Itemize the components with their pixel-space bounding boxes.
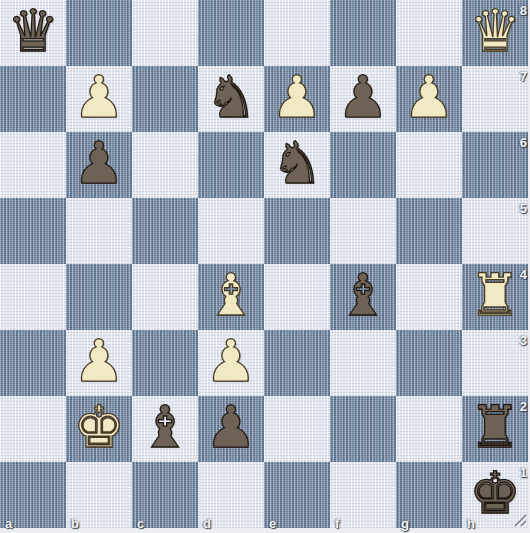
square-h8[interactable]: ♛ — [462, 0, 528, 66]
square-g4[interactable] — [396, 264, 462, 330]
square-e6[interactable]: ♞ — [264, 132, 330, 198]
square-f8[interactable] — [330, 0, 396, 66]
square-h7[interactable] — [462, 66, 528, 132]
square-b4[interactable] — [66, 264, 132, 330]
square-e1[interactable] — [264, 462, 330, 528]
square-c2[interactable]: ♝ — [132, 396, 198, 462]
square-a1[interactable] — [0, 462, 66, 528]
square-d7[interactable]: ♞ — [198, 66, 264, 132]
square-d8[interactable] — [198, 0, 264, 66]
square-c1[interactable] — [132, 462, 198, 528]
square-f6[interactable] — [330, 132, 396, 198]
square-c7[interactable] — [132, 66, 198, 132]
piece-white-pawn-d3[interactable]: ♟ — [205, 332, 257, 390]
square-a3[interactable] — [0, 330, 66, 396]
square-b7[interactable]: ♟ — [66, 66, 132, 132]
piece-black-queen-a8[interactable]: ♛ — [7, 2, 59, 60]
square-h5[interactable] — [462, 198, 528, 264]
square-a6[interactable] — [0, 132, 66, 198]
square-c8[interactable] — [132, 0, 198, 66]
piece-white-bishop-d4[interactable]: ♝ — [205, 266, 257, 324]
square-c5[interactable] — [132, 198, 198, 264]
square-b6[interactable]: ♟ — [66, 132, 132, 198]
square-e4[interactable] — [264, 264, 330, 330]
square-f3[interactable] — [330, 330, 396, 396]
square-g8[interactable] — [396, 0, 462, 66]
square-f7[interactable]: ♟ — [330, 66, 396, 132]
square-a7[interactable] — [0, 66, 66, 132]
square-h3[interactable] — [462, 330, 528, 396]
square-e5[interactable] — [264, 198, 330, 264]
square-g6[interactable] — [396, 132, 462, 198]
square-e8[interactable] — [264, 0, 330, 66]
piece-white-rook-h4[interactable]: ♜ — [469, 266, 521, 324]
square-g2[interactable] — [396, 396, 462, 462]
piece-white-pawn-g7[interactable]: ♟ — [403, 68, 455, 126]
piece-black-pawn-d2[interactable]: ♟ — [205, 398, 257, 456]
square-h6[interactable] — [462, 132, 528, 198]
piece-white-pawn-e7[interactable]: ♟ — [271, 68, 323, 126]
square-d3[interactable]: ♟ — [198, 330, 264, 396]
square-e3[interactable] — [264, 330, 330, 396]
piece-white-king-b2[interactable]: ♚ — [73, 398, 125, 456]
square-b3[interactable]: ♟ — [66, 330, 132, 396]
square-g7[interactable]: ♟ — [396, 66, 462, 132]
square-d2[interactable]: ♟ — [198, 396, 264, 462]
piece-white-pawn-b3[interactable]: ♟ — [73, 332, 125, 390]
piece-black-bishop-c2[interactable]: ♝ — [139, 398, 191, 456]
piece-black-knight-d7[interactable]: ♞ — [205, 68, 257, 126]
square-g1[interactable] — [396, 462, 462, 528]
square-f4[interactable]: ♝ — [330, 264, 396, 330]
square-a8[interactable]: ♛ — [0, 0, 66, 66]
square-d5[interactable] — [198, 198, 264, 264]
resize-grip-icon[interactable] — [511, 511, 527, 527]
square-a4[interactable] — [0, 264, 66, 330]
square-b5[interactable] — [66, 198, 132, 264]
square-d4[interactable]: ♝ — [198, 264, 264, 330]
square-d6[interactable] — [198, 132, 264, 198]
square-d1[interactable] — [198, 462, 264, 528]
square-b2[interactable]: ♚ — [66, 396, 132, 462]
square-g5[interactable] — [396, 198, 462, 264]
square-e2[interactable] — [264, 396, 330, 462]
square-b1[interactable] — [66, 462, 132, 528]
square-c6[interactable] — [132, 132, 198, 198]
piece-black-pawn-f7[interactable]: ♟ — [337, 68, 389, 126]
square-a2[interactable] — [0, 396, 66, 462]
chess-app-window: ♛♛♟♞♟♟♟♟♞♝♝♜♟♟♚♝♟♜♚ 87654321abcdefgh — [0, 0, 530, 533]
chess-board: ♛♛♟♞♟♟♟♟♞♝♝♜♟♟♚♝♟♜♚ — [0, 0, 528, 528]
square-g3[interactable] — [396, 330, 462, 396]
square-h2[interactable]: ♜ — [462, 396, 528, 462]
square-f2[interactable] — [330, 396, 396, 462]
square-b8[interactable] — [66, 0, 132, 66]
square-e7[interactable]: ♟ — [264, 66, 330, 132]
piece-white-queen-h8[interactable]: ♛ — [469, 2, 521, 60]
piece-black-bishop-f4[interactable]: ♝ — [337, 266, 389, 324]
square-f1[interactable] — [330, 462, 396, 528]
piece-white-pawn-b7[interactable]: ♟ — [73, 68, 125, 126]
piece-black-knight-e6[interactable]: ♞ — [271, 134, 323, 192]
piece-black-pawn-b6[interactable]: ♟ — [73, 134, 125, 192]
square-f5[interactable] — [330, 198, 396, 264]
square-c3[interactable] — [132, 330, 198, 396]
square-c4[interactable] — [132, 264, 198, 330]
square-h4[interactable]: ♜ — [462, 264, 528, 330]
piece-black-rook-h2[interactable]: ♜ — [469, 398, 521, 456]
square-a5[interactable] — [0, 198, 66, 264]
